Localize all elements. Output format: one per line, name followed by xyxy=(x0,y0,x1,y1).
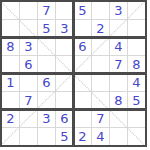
cell-r2c4[interactable]: 3 xyxy=(56,20,73,37)
given-digit: 6 xyxy=(60,112,68,125)
given-digit: 7 xyxy=(42,4,50,17)
cell-r7c4[interactable]: 6 xyxy=(56,110,73,127)
cell-r2c2[interactable] xyxy=(20,20,37,37)
cell-r4c2[interactable]: 6 xyxy=(20,56,37,73)
cell-r6c3[interactable] xyxy=(38,92,55,109)
given-digit: 2 xyxy=(6,112,14,125)
cell-r5c2[interactable] xyxy=(20,74,37,91)
given-digit: 7 xyxy=(96,112,104,125)
cell-r2c8[interactable] xyxy=(128,20,145,37)
given-digit: 6 xyxy=(24,58,32,71)
cell-r6c1[interactable] xyxy=(2,92,19,109)
cell-r8c7[interactable] xyxy=(110,128,127,145)
cell-r7c8[interactable] xyxy=(128,110,145,127)
cell-r2c3[interactable]: 5 xyxy=(38,20,55,37)
cell-r5c6[interactable] xyxy=(92,74,109,91)
cell-r7c1[interactable]: 2 xyxy=(2,110,19,127)
cell-r1c7[interactable]: 3 xyxy=(110,2,127,19)
cell-r1c5[interactable]: 5 xyxy=(74,2,91,19)
given-digit: 4 xyxy=(132,76,140,89)
given-digit: 5 xyxy=(60,130,68,143)
cell-r8c1[interactable] xyxy=(2,128,19,145)
cell-r6c6[interactable] xyxy=(92,92,109,109)
cell-r2c5[interactable] xyxy=(74,20,91,37)
cell-r4c5[interactable] xyxy=(74,56,91,73)
cell-r8c6[interactable]: 4 xyxy=(92,128,109,145)
cell-r3c2[interactable]: 3 xyxy=(20,38,37,55)
cell-r1c8[interactable] xyxy=(128,2,145,19)
given-digit: 5 xyxy=(132,94,140,107)
cell-r3c6[interactable] xyxy=(92,38,109,55)
cell-r7c2[interactable] xyxy=(20,110,37,127)
given-digit: 3 xyxy=(60,22,68,35)
given-digit: 3 xyxy=(24,40,32,53)
given-digit: 5 xyxy=(42,22,50,35)
cell-r5c1[interactable]: 1 xyxy=(2,74,19,91)
cell-r7c7[interactable] xyxy=(110,110,127,127)
cell-r3c1[interactable]: 8 xyxy=(2,38,19,55)
sudoku-cells: 75353283646781647852367524 xyxy=(2,2,145,145)
given-digit: 6 xyxy=(78,40,86,53)
cell-r3c8[interactable] xyxy=(128,38,145,55)
cell-r7c3[interactable]: 3 xyxy=(38,110,55,127)
cell-r8c4[interactable]: 5 xyxy=(56,128,73,145)
given-digit: 1 xyxy=(6,76,14,89)
cell-r1c1[interactable] xyxy=(2,2,19,19)
cell-r6c4[interactable] xyxy=(56,92,73,109)
cell-r5c8[interactable]: 4 xyxy=(128,74,145,91)
given-digit: 7 xyxy=(114,58,122,71)
cell-r1c4[interactable] xyxy=(56,2,73,19)
cell-r4c4[interactable] xyxy=(56,56,73,73)
given-digit: 8 xyxy=(132,58,140,71)
cell-r2c7[interactable] xyxy=(110,20,127,37)
cell-r4c6[interactable] xyxy=(92,56,109,73)
given-digit: 5 xyxy=(78,4,86,17)
cell-r1c6[interactable] xyxy=(92,2,109,19)
given-digit: 8 xyxy=(6,40,14,53)
cell-r5c7[interactable] xyxy=(110,74,127,91)
cell-r7c5[interactable] xyxy=(74,110,91,127)
cell-r3c7[interactable]: 4 xyxy=(110,38,127,55)
given-digit: 3 xyxy=(114,4,122,17)
given-digit: 4 xyxy=(114,40,122,53)
given-digit: 2 xyxy=(78,130,86,143)
cell-r4c7[interactable]: 7 xyxy=(110,56,127,73)
cell-r3c3[interactable] xyxy=(38,38,55,55)
cell-r6c5[interactable] xyxy=(74,92,91,109)
cell-r4c8[interactable]: 8 xyxy=(128,56,145,73)
cell-r1c2[interactable] xyxy=(20,2,37,19)
given-digit: 7 xyxy=(24,94,32,107)
cell-r3c4[interactable] xyxy=(56,38,73,55)
cell-r2c6[interactable]: 2 xyxy=(92,20,109,37)
sudoku-board: 75353283646781647852367524 xyxy=(0,0,147,147)
cell-r4c1[interactable] xyxy=(2,56,19,73)
cell-r6c7[interactable]: 8 xyxy=(110,92,127,109)
cell-r1c3[interactable]: 7 xyxy=(38,2,55,19)
cell-r5c3[interactable]: 6 xyxy=(38,74,55,91)
cell-r6c8[interactable]: 5 xyxy=(128,92,145,109)
cell-r6c2[interactable]: 7 xyxy=(20,92,37,109)
given-digit: 8 xyxy=(114,94,122,107)
cell-r7c6[interactable]: 7 xyxy=(92,110,109,127)
given-digit: 6 xyxy=(42,76,50,89)
cell-r5c4[interactable] xyxy=(56,74,73,91)
given-digit: 2 xyxy=(96,22,104,35)
cell-r8c8[interactable] xyxy=(128,128,145,145)
given-digit: 3 xyxy=(42,112,50,125)
cell-r8c3[interactable] xyxy=(38,128,55,145)
cell-r5c5[interactable] xyxy=(74,74,91,91)
cell-r8c2[interactable] xyxy=(20,128,37,145)
cell-r2c1[interactable] xyxy=(2,20,19,37)
cell-r8c5[interactable]: 2 xyxy=(74,128,91,145)
cell-r4c3[interactable] xyxy=(38,56,55,73)
cell-r3c5[interactable]: 6 xyxy=(74,38,91,55)
given-digit: 4 xyxy=(96,130,104,143)
